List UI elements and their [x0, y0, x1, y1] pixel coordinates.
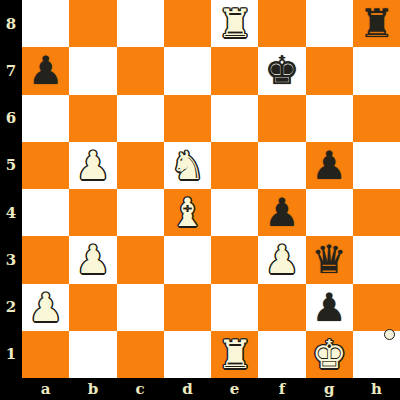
square-e2[interactable]: [211, 284, 258, 331]
square-a1[interactable]: [22, 331, 69, 378]
file-label-a: a: [22, 378, 69, 400]
square-h4[interactable]: [353, 189, 400, 236]
piece-white-pawn-f3[interactable]: ♟: [258, 236, 305, 283]
chess-puzzle-diagram: 87654321 ♜♜♟♚♟♞♟♝♟♟♟♛♟♟♜♚ abcdefgh: [0, 0, 400, 400]
square-c7[interactable]: [117, 47, 164, 94]
square-h3[interactable]: [353, 236, 400, 283]
square-a5[interactable]: [22, 142, 69, 189]
square-e4[interactable]: [211, 189, 258, 236]
square-d8[interactable]: [164, 0, 211, 47]
square-f8[interactable]: [258, 0, 305, 47]
file-label-c: c: [117, 378, 164, 400]
piece-white-rook-e8[interactable]: ♜: [211, 0, 258, 47]
square-g8[interactable]: [306, 0, 353, 47]
rank-label-8: 8: [0, 0, 22, 47]
file-label-b: b: [69, 378, 116, 400]
square-d1[interactable]: [164, 331, 211, 378]
square-c3[interactable]: [117, 236, 164, 283]
square-c1[interactable]: [117, 331, 164, 378]
square-d2[interactable]: [164, 284, 211, 331]
square-g6[interactable]: [306, 95, 353, 142]
square-h2[interactable]: [353, 284, 400, 331]
piece-black-pawn-g5[interactable]: ♟: [306, 142, 353, 189]
square-b4[interactable]: [69, 189, 116, 236]
board: ♜♜♟♚♟♞♟♝♟♟♟♛♟♟♜♚: [22, 0, 400, 378]
piece-black-pawn-f4[interactable]: ♟: [258, 189, 305, 236]
square-c4[interactable]: [117, 189, 164, 236]
rank-labels: 87654321: [0, 0, 22, 378]
square-h8[interactable]: ♜: [353, 0, 400, 47]
square-f7[interactable]: ♚: [258, 47, 305, 94]
piece-white-pawn-b5[interactable]: ♟: [69, 142, 116, 189]
square-e3[interactable]: [211, 236, 258, 283]
piece-white-pawn-a2[interactable]: ♟: [22, 284, 69, 331]
square-a4[interactable]: [22, 189, 69, 236]
piece-black-king-f7[interactable]: ♚: [258, 47, 305, 94]
square-f3[interactable]: ♟: [258, 236, 305, 283]
rank-label-7: 7: [0, 47, 22, 94]
rank-label-1: 1: [0, 331, 22, 378]
square-h6[interactable]: [353, 95, 400, 142]
square-e1[interactable]: ♜: [211, 331, 258, 378]
square-g5[interactable]: ♟: [306, 142, 353, 189]
square-g7[interactable]: [306, 47, 353, 94]
rank-label-6: 6: [0, 95, 22, 142]
square-a2[interactable]: ♟: [22, 284, 69, 331]
square-c6[interactable]: [117, 95, 164, 142]
square-a3[interactable]: [22, 236, 69, 283]
rank-label-5: 5: [0, 142, 22, 189]
square-e8[interactable]: ♜: [211, 0, 258, 47]
piece-black-pawn-a7[interactable]: ♟: [22, 47, 69, 94]
file-label-g: g: [306, 378, 353, 400]
square-a6[interactable]: [22, 95, 69, 142]
square-e7[interactable]: [211, 47, 258, 94]
piece-black-pawn-g2[interactable]: ♟: [306, 284, 353, 331]
square-e5[interactable]: [211, 142, 258, 189]
square-b1[interactable]: [69, 331, 116, 378]
square-b7[interactable]: [69, 47, 116, 94]
file-label-h: h: [353, 378, 400, 400]
square-c5[interactable]: [117, 142, 164, 189]
square-b8[interactable]: [69, 0, 116, 47]
file-label-d: d: [164, 378, 211, 400]
square-d6[interactable]: [164, 95, 211, 142]
rank-label-4: 4: [0, 189, 22, 236]
piece-black-rook-h8[interactable]: ♜: [353, 0, 400, 47]
white-to-move-indicator: [384, 329, 395, 340]
square-f2[interactable]: [258, 284, 305, 331]
piece-white-knight-d5[interactable]: ♞: [164, 142, 211, 189]
square-f4[interactable]: ♟: [258, 189, 305, 236]
square-b2[interactable]: [69, 284, 116, 331]
square-a8[interactable]: [22, 0, 69, 47]
square-g4[interactable]: [306, 189, 353, 236]
square-c2[interactable]: [117, 284, 164, 331]
square-b5[interactable]: ♟: [69, 142, 116, 189]
square-c8[interactable]: [117, 0, 164, 47]
square-h5[interactable]: [353, 142, 400, 189]
piece-white-pawn-b3[interactable]: ♟: [69, 236, 116, 283]
square-e6[interactable]: [211, 95, 258, 142]
square-d3[interactable]: [164, 236, 211, 283]
square-h7[interactable]: [353, 47, 400, 94]
piece-white-rook-e1[interactable]: ♜: [211, 331, 258, 378]
square-d5[interactable]: ♞: [164, 142, 211, 189]
piece-black-queen-g3[interactable]: ♛: [306, 236, 353, 283]
file-labels: abcdefgh: [22, 378, 400, 400]
square-f6[interactable]: [258, 95, 305, 142]
square-b3[interactable]: ♟: [69, 236, 116, 283]
square-g3[interactable]: ♛: [306, 236, 353, 283]
square-d7[interactable]: [164, 47, 211, 94]
square-g2[interactable]: ♟: [306, 284, 353, 331]
square-g1[interactable]: ♚: [306, 331, 353, 378]
square-a7[interactable]: ♟: [22, 47, 69, 94]
piece-white-bishop-d4[interactable]: ♝: [164, 189, 211, 236]
square-d4[interactable]: ♝: [164, 189, 211, 236]
square-b6[interactable]: [69, 95, 116, 142]
square-f5[interactable]: [258, 142, 305, 189]
rank-label-2: 2: [0, 284, 22, 331]
file-label-e: e: [211, 378, 258, 400]
file-label-f: f: [258, 378, 305, 400]
piece-white-king-g1[interactable]: ♚: [306, 331, 353, 378]
square-f1[interactable]: [258, 331, 305, 378]
rank-label-3: 3: [0, 236, 22, 283]
